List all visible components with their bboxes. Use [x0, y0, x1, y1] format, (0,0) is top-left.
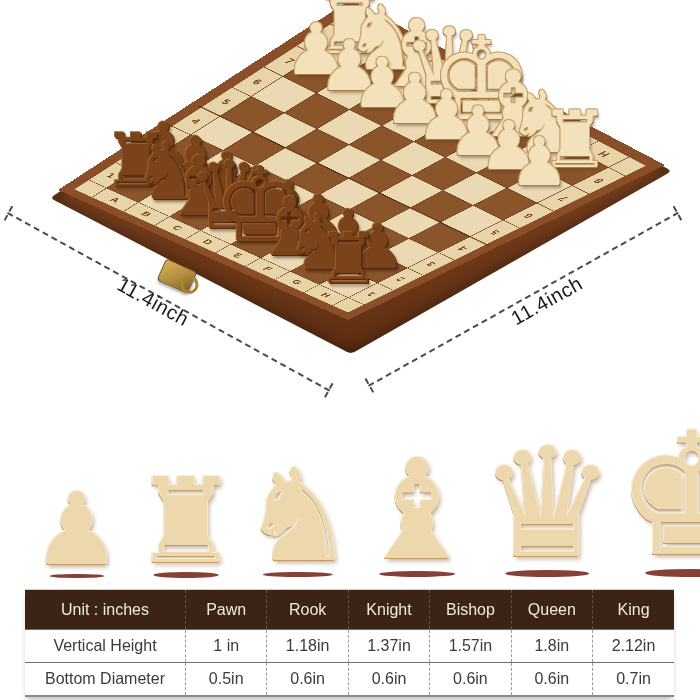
table-header-unit: Unit : inches: [25, 590, 186, 630]
measurement-value: 1.18in: [267, 630, 348, 663]
table-header-king: King: [593, 590, 674, 630]
knight-piece-figure: ♞: [241, 452, 356, 580]
table-row: Bottom Diameter0.5in0.6in0.6in0.6in0.6in…: [25, 663, 674, 697]
king-piece-figure: ♚: [615, 410, 700, 580]
lineup-piece-queen: ♛: [479, 428, 615, 580]
measurement-value: 0.5in: [186, 663, 267, 697]
table-header-rook: Rook: [267, 590, 348, 630]
table-row: Vertical Height1 in1.18in1.37in1.57in1.8…: [25, 630, 674, 663]
table-header-knight: Knight: [348, 590, 429, 630]
bishop-piece-figure: ♝: [355, 442, 479, 580]
table-header-pawn: Pawn: [186, 590, 267, 630]
lineup-piece-pawn: ♟: [22, 480, 131, 580]
measurement-value: 0.6in: [267, 663, 348, 697]
measurement-value: 0.6in: [511, 663, 592, 697]
dimension-tick: [673, 206, 683, 221]
measurement-value: 1.8in: [511, 630, 592, 663]
rook-piece-figure: ♜: [133, 462, 239, 580]
measurement-value: 0.6in: [348, 663, 429, 697]
measurement-value: 1 in: [186, 630, 267, 663]
measurement-value: 1.57in: [430, 630, 511, 663]
lineup-piece-bishop: ♝: [355, 442, 479, 580]
measurement-value: 1.37in: [348, 630, 429, 663]
row-label: Bottom Diameter: [25, 663, 186, 697]
table-header-queen: Queen: [511, 590, 592, 630]
pawn-piece-figure: ♟: [32, 480, 122, 580]
chess-set-product-image: ABCDEFGH8877665544332211ABCDEFGH ♜♞♝♛♚♝♞…: [0, 0, 700, 700]
measurement-value: 0.6in: [430, 663, 511, 697]
lineup-piece-knight: ♞: [241, 452, 356, 580]
size-table: Unit : inchesPawnRookKnightBishopQueenKi…: [25, 589, 674, 697]
latch-loop-icon: [178, 273, 202, 297]
piece-lineup: ♟♜♞♝♛♚: [22, 352, 678, 580]
lineup-piece-king: ♚: [615, 410, 700, 580]
measurement-value: 0.7in: [593, 663, 674, 697]
measurement-value: 2.12in: [593, 630, 674, 663]
queen-piece-figure: ♛: [479, 428, 615, 580]
dimension-tick: [4, 206, 13, 221]
row-label: Vertical Height: [25, 630, 186, 663]
table-header-bishop: Bishop: [430, 590, 511, 630]
lineup-piece-rook: ♜: [131, 462, 240, 580]
